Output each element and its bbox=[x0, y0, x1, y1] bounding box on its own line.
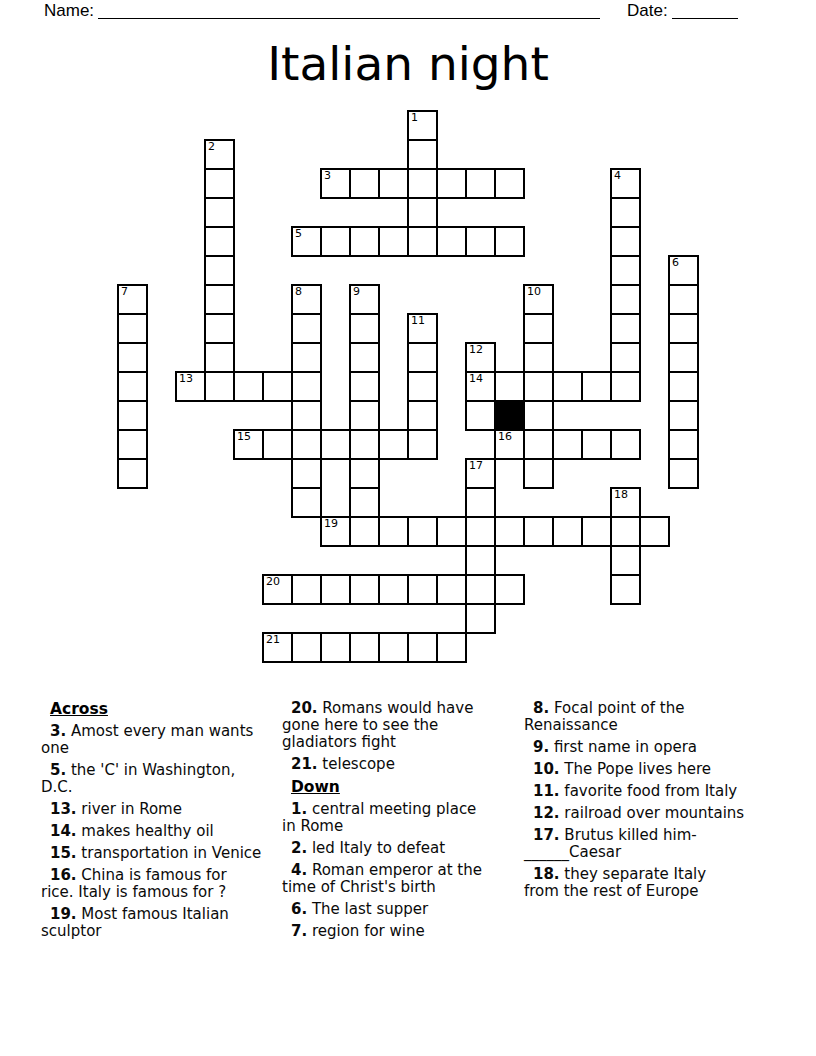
cell-r1c3[interactable]: 2 bbox=[204, 139, 235, 170]
grid-number-11: 11 bbox=[411, 315, 425, 327]
cell-r12c0[interactable] bbox=[117, 458, 148, 489]
cell-r11c7[interactable] bbox=[320, 429, 351, 460]
cell-r7c14[interactable] bbox=[523, 313, 554, 344]
cell-r13c8[interactable] bbox=[349, 487, 380, 518]
cell-r14c10[interactable] bbox=[407, 516, 438, 547]
cell-r18c5[interactable]: 21 bbox=[262, 632, 293, 663]
cell-r2c10[interactable] bbox=[407, 168, 438, 199]
clue-column-2: 20. Romans would have gone here to see t… bbox=[282, 700, 524, 945]
grid-number-5: 5 bbox=[295, 228, 302, 240]
cell-r2c17[interactable]: 4 bbox=[610, 168, 641, 199]
cell-r5c19[interactable]: 6 bbox=[668, 255, 699, 286]
cell-r2c8[interactable] bbox=[349, 168, 380, 199]
cell-r13c12[interactable] bbox=[465, 487, 496, 518]
cell-r9c13[interactable] bbox=[494, 371, 525, 402]
grid-number-3: 3 bbox=[324, 170, 331, 182]
cell-r14c16[interactable] bbox=[581, 516, 612, 547]
cell-r7c10[interactable]: 11 bbox=[407, 313, 438, 344]
clue-across-3-text: Amost every man wants one bbox=[41, 722, 253, 757]
cell-r16c12[interactable] bbox=[465, 574, 496, 605]
cell-r2c3[interactable] bbox=[204, 168, 235, 199]
clue-down-8: 8. Focal point of the Renaissance bbox=[524, 700, 786, 734]
cell-r11c4[interactable]: 15 bbox=[233, 429, 264, 460]
cell-r9c2[interactable]: 13 bbox=[175, 371, 206, 402]
cell-r15c17[interactable] bbox=[610, 545, 641, 576]
cell-r10c12[interactable] bbox=[465, 400, 496, 431]
clue-down-1-number: 1. bbox=[291, 800, 307, 818]
cell-r8c8[interactable] bbox=[349, 342, 380, 373]
cell-r11c17[interactable] bbox=[610, 429, 641, 460]
clue-down-1: 1. central meeting place in Rome bbox=[282, 801, 524, 835]
cell-r5c17[interactable] bbox=[610, 255, 641, 286]
grid-number-21: 21 bbox=[266, 634, 280, 646]
grid-number-19: 19 bbox=[324, 518, 338, 530]
clue-down-12-number: 12. bbox=[533, 804, 560, 822]
clue-down-9-number: 9. bbox=[533, 738, 549, 756]
cell-r9c14[interactable] bbox=[523, 371, 554, 402]
cell-r2c13[interactable] bbox=[494, 168, 525, 199]
clue-across-21: 21. telescope bbox=[282, 756, 524, 773]
cell-r16c17[interactable] bbox=[610, 574, 641, 605]
cell-r9c12[interactable]: 14 bbox=[465, 371, 496, 402]
cell-r6c3[interactable] bbox=[204, 284, 235, 315]
grid-number-14: 14 bbox=[469, 373, 483, 385]
date-blank-line[interactable] bbox=[672, 18, 738, 19]
cell-r8c14[interactable] bbox=[523, 342, 554, 373]
cell-r14c18[interactable] bbox=[639, 516, 670, 547]
cell-r14c9[interactable] bbox=[378, 516, 409, 547]
cell-r8c19[interactable] bbox=[668, 342, 699, 373]
clue-down-8-number: 8. bbox=[533, 699, 549, 717]
cell-r16c8[interactable] bbox=[349, 574, 380, 605]
clue-down-1-text: central meeting place in Rome bbox=[282, 800, 476, 835]
cell-r10c10[interactable] bbox=[407, 400, 438, 431]
cell-r18c10[interactable] bbox=[407, 632, 438, 663]
cell-r4c10[interactable] bbox=[407, 226, 438, 257]
cell-r7c0[interactable] bbox=[117, 313, 148, 344]
cell-r18c7[interactable] bbox=[320, 632, 351, 663]
cell-r4c7[interactable] bbox=[320, 226, 351, 257]
cell-r18c8[interactable] bbox=[349, 632, 380, 663]
cell-r4c17[interactable] bbox=[610, 226, 641, 257]
cell-r2c7[interactable]: 3 bbox=[320, 168, 351, 199]
cell-r9c10[interactable] bbox=[407, 371, 438, 402]
clue-column-1: Across 3. Amost every man wants one 5. t… bbox=[41, 700, 282, 945]
cell-r4c6[interactable]: 5 bbox=[291, 226, 322, 257]
cell-r11c14[interactable] bbox=[523, 429, 554, 460]
clue-across-3-number: 3. bbox=[50, 722, 66, 740]
cell-r4c12[interactable] bbox=[465, 226, 496, 257]
cell-r18c11[interactable] bbox=[436, 632, 467, 663]
cell-r1c10[interactable] bbox=[407, 139, 438, 170]
cell-r14c8[interactable] bbox=[349, 516, 380, 547]
clue-down-10: 10. The Pope lives here bbox=[524, 761, 786, 778]
cell-r7c8[interactable] bbox=[349, 313, 380, 344]
cell-r11c13[interactable]: 16 bbox=[494, 429, 525, 460]
cell-r10c14[interactable] bbox=[523, 400, 554, 431]
cell-r12c12[interactable]: 17 bbox=[465, 458, 496, 489]
cell-r7c19[interactable] bbox=[668, 313, 699, 344]
clue-across-20: 20. Romans would have gone here to see t… bbox=[282, 700, 524, 751]
clue-across-16: 16. China is famous for rice. Italy is f… bbox=[41, 867, 282, 901]
cell-r16c7[interactable] bbox=[320, 574, 351, 605]
cell-r9c16[interactable] bbox=[581, 371, 612, 402]
clue-down-7-text: region for wine bbox=[312, 922, 425, 940]
cell-r9c8[interactable] bbox=[349, 371, 380, 402]
clue-column-3: 8. Focal point of the Renaissance 9. fir… bbox=[524, 700, 786, 945]
cell-r9c17[interactable] bbox=[610, 371, 641, 402]
clue-down-9: 9. first name in opera bbox=[524, 739, 786, 756]
cell-r6c14[interactable]: 10 bbox=[523, 284, 554, 315]
clue-across-5: 5. the 'C' in Washington, D.C. bbox=[41, 762, 282, 796]
cell-r9c6[interactable] bbox=[291, 371, 322, 402]
clue-down-18-number: 18. bbox=[533, 865, 560, 883]
clue-down-2-number: 2. bbox=[291, 839, 307, 857]
grid-number-1: 1 bbox=[411, 112, 418, 124]
clue-down-7-number: 7. bbox=[291, 922, 307, 940]
cell-r12c6[interactable] bbox=[291, 458, 322, 489]
cell-r18c6[interactable] bbox=[291, 632, 322, 663]
clue-lists: Across 3. Amost every man wants one 5. t… bbox=[41, 700, 786, 945]
worksheet-page: Name: Date: Italian night 12345678910111… bbox=[0, 0, 816, 1056]
cell-r2c9[interactable] bbox=[378, 168, 409, 199]
cell-r10c0[interactable] bbox=[117, 400, 148, 431]
cell-r6c6[interactable]: 8 bbox=[291, 284, 322, 315]
clue-down-18: 18. they separate Italy from the rest of… bbox=[524, 866, 786, 900]
grid-number-15: 15 bbox=[237, 431, 251, 443]
cell-r3c17[interactable] bbox=[610, 197, 641, 228]
cell-r8c17[interactable] bbox=[610, 342, 641, 373]
cell-r11c0[interactable] bbox=[117, 429, 148, 460]
cell-r5c3[interactable] bbox=[204, 255, 235, 286]
cell-r11c19[interactable] bbox=[668, 429, 699, 460]
cell-r0c10[interactable]: 1 bbox=[407, 110, 438, 141]
clue-across-20-number: 20. bbox=[291, 699, 318, 717]
cell-r13c17[interactable]: 18 bbox=[610, 487, 641, 518]
cell-r14c17[interactable] bbox=[610, 516, 641, 547]
cell-r8c10[interactable] bbox=[407, 342, 438, 373]
clue-down-9-text: first name in opera bbox=[554, 738, 697, 756]
grid-number-9: 9 bbox=[353, 286, 360, 298]
cell-r16c11[interactable] bbox=[436, 574, 467, 605]
cell-r6c0[interactable]: 7 bbox=[117, 284, 148, 315]
cell-r12c14[interactable] bbox=[523, 458, 554, 489]
worksheet-title: Italian night bbox=[0, 36, 816, 91]
cell-r7c6[interactable] bbox=[291, 313, 322, 344]
clue-down-2: 2. led Italy to defeat bbox=[282, 840, 524, 857]
clue-across-5-number: 5. bbox=[50, 761, 66, 779]
across-heading: Across bbox=[41, 700, 282, 718]
clue-across-3: 3. Amost every man wants one bbox=[41, 723, 282, 757]
crossword-grid: 123456789101112131415161718192021 bbox=[117, 110, 699, 663]
grid-number-2: 2 bbox=[208, 141, 215, 153]
cell-r14c15[interactable] bbox=[552, 516, 583, 547]
cell-r7c3[interactable] bbox=[204, 313, 235, 344]
grid-number-20: 20 bbox=[266, 576, 280, 588]
cell-r11c10[interactable] bbox=[407, 429, 438, 460]
clue-down-6-text: The last supper bbox=[312, 900, 428, 918]
cell-r15c12[interactable] bbox=[465, 545, 496, 576]
grid-number-18: 18 bbox=[614, 489, 628, 501]
grid-number-10: 10 bbox=[527, 286, 541, 298]
cell-r11c15[interactable] bbox=[552, 429, 583, 460]
clue-across-13-number: 13. bbox=[50, 800, 77, 818]
grid-number-8: 8 bbox=[295, 286, 302, 298]
cell-r10c8[interactable] bbox=[349, 400, 380, 431]
grid-number-16: 16 bbox=[498, 431, 512, 443]
date-label: Date: bbox=[627, 1, 668, 21]
cell-r9c19[interactable] bbox=[668, 371, 699, 402]
cell-r8c6[interactable] bbox=[291, 342, 322, 373]
clue-down-12: 12. railroad over mountains bbox=[524, 805, 786, 822]
clue-across-19-number: 19. bbox=[50, 905, 77, 923]
clue-down-10-text: The Pope lives here bbox=[564, 760, 711, 778]
clue-down-8-text: Focal point of the Renaissance bbox=[524, 699, 684, 734]
cell-r4c8[interactable] bbox=[349, 226, 380, 257]
cell-r11c9[interactable] bbox=[378, 429, 409, 460]
cell-r7c17[interactable] bbox=[610, 313, 641, 344]
clue-down-6-number: 6. bbox=[291, 900, 307, 918]
cell-r16c5[interactable]: 20 bbox=[262, 574, 293, 605]
cell-r9c0[interactable] bbox=[117, 371, 148, 402]
grid-number-6: 6 bbox=[672, 257, 679, 269]
clue-across-15-number: 15. bbox=[50, 844, 77, 862]
clue-down-11-text: favorite food from Italy bbox=[564, 782, 737, 800]
cell-r4c9[interactable] bbox=[378, 226, 409, 257]
down-heading: Down bbox=[282, 778, 524, 796]
cell-r14c7[interactable]: 19 bbox=[320, 516, 351, 547]
cell-r3c10[interactable] bbox=[407, 197, 438, 228]
cell-r11c8[interactable] bbox=[349, 429, 380, 460]
clue-down-10-number: 10. bbox=[533, 760, 560, 778]
grid-number-17: 17 bbox=[469, 460, 483, 472]
grid-number-4: 4 bbox=[614, 170, 621, 182]
cell-r6c8[interactable]: 9 bbox=[349, 284, 380, 315]
clue-across-21-number: 21. bbox=[291, 755, 318, 773]
clue-across-14-number: 14. bbox=[50, 822, 77, 840]
clue-down-11: 11. favorite food from Italy bbox=[524, 783, 786, 800]
cell-r13c6[interactable] bbox=[291, 487, 322, 518]
cell-r8c12[interactable]: 12 bbox=[465, 342, 496, 373]
cell-r11c6[interactable] bbox=[291, 429, 322, 460]
clue-down-17: 17. Brutus killed him- ______Caesar bbox=[524, 827, 786, 861]
cell-r18c9[interactable] bbox=[378, 632, 409, 663]
cell-r6c19[interactable] bbox=[668, 284, 699, 315]
clue-down-6: 6. The last supper bbox=[282, 901, 524, 918]
cell-r2c12[interactable] bbox=[465, 168, 496, 199]
cell-r11c5[interactable] bbox=[262, 429, 293, 460]
cell-r16c10[interactable] bbox=[407, 574, 438, 605]
blocked-cell-r10c13 bbox=[494, 400, 525, 431]
clue-across-14: 14. makes healthy oil bbox=[41, 823, 282, 840]
clue-across-14-text: makes healthy oil bbox=[81, 822, 213, 840]
clue-down-4: 4. Roman emperor at the time of Christ's… bbox=[282, 862, 524, 896]
cell-r14c14[interactable] bbox=[523, 516, 554, 547]
grid-number-12: 12 bbox=[469, 344, 483, 356]
cell-r4c11[interactable] bbox=[436, 226, 467, 257]
cell-r8c0[interactable] bbox=[117, 342, 148, 373]
clue-across-21-text: telescope bbox=[322, 755, 395, 773]
cell-r16c9[interactable] bbox=[378, 574, 409, 605]
cell-r9c5[interactable] bbox=[262, 371, 293, 402]
cell-r11c16[interactable] bbox=[581, 429, 612, 460]
cell-r12c8[interactable] bbox=[349, 458, 380, 489]
cell-r17c12[interactable] bbox=[465, 603, 496, 634]
cell-r4c3[interactable] bbox=[204, 226, 235, 257]
cell-r10c19[interactable] bbox=[668, 400, 699, 431]
cell-r16c6[interactable] bbox=[291, 574, 322, 605]
clue-down-2-text: led Italy to defeat bbox=[312, 839, 445, 857]
clue-down-12-text: railroad over mountains bbox=[564, 804, 744, 822]
cell-r6c17[interactable] bbox=[610, 284, 641, 315]
cell-r2c11[interactable] bbox=[436, 168, 467, 199]
clue-across-19: 19. Most famous Italian sculptor bbox=[41, 906, 282, 940]
clue-across-13-text: river in Rome bbox=[81, 800, 182, 818]
cell-r9c15[interactable] bbox=[552, 371, 583, 402]
cell-r8c3[interactable] bbox=[204, 342, 235, 373]
clue-across-5-text: the 'C' in Washington, D.C. bbox=[41, 761, 235, 796]
clue-down-17-number: 17. bbox=[533, 826, 560, 844]
cell-r3c3[interactable] bbox=[204, 197, 235, 228]
clue-across-15-text: transportation in Venice bbox=[81, 844, 261, 862]
clue-down-4-number: 4. bbox=[291, 861, 307, 879]
clue-down-7: 7. region for wine bbox=[282, 923, 524, 940]
grid-number-13: 13 bbox=[179, 373, 193, 385]
grid-number-7: 7 bbox=[121, 286, 128, 298]
cell-r9c4[interactable] bbox=[233, 371, 264, 402]
cell-r12c19[interactable] bbox=[668, 458, 699, 489]
name-label: Name: bbox=[44, 1, 94, 21]
name-blank-line[interactable] bbox=[98, 18, 600, 19]
clue-down-4-text: Roman emperor at the time of Christ's bi… bbox=[282, 861, 482, 896]
cell-r10c6[interactable] bbox=[291, 400, 322, 431]
cell-r4c13[interactable] bbox=[494, 226, 525, 257]
cell-r14c11[interactable] bbox=[436, 516, 467, 547]
cell-r14c13[interactable] bbox=[494, 516, 525, 547]
cell-r16c13[interactable] bbox=[494, 574, 525, 605]
cell-r14c12[interactable] bbox=[465, 516, 496, 547]
cell-r9c3[interactable] bbox=[204, 371, 235, 402]
clue-across-15: 15. transportation in Venice bbox=[41, 845, 282, 862]
clue-down-11-number: 11. bbox=[533, 782, 560, 800]
clue-across-16-number: 16. bbox=[50, 866, 77, 884]
clue-across-13: 13. river in Rome bbox=[41, 801, 282, 818]
